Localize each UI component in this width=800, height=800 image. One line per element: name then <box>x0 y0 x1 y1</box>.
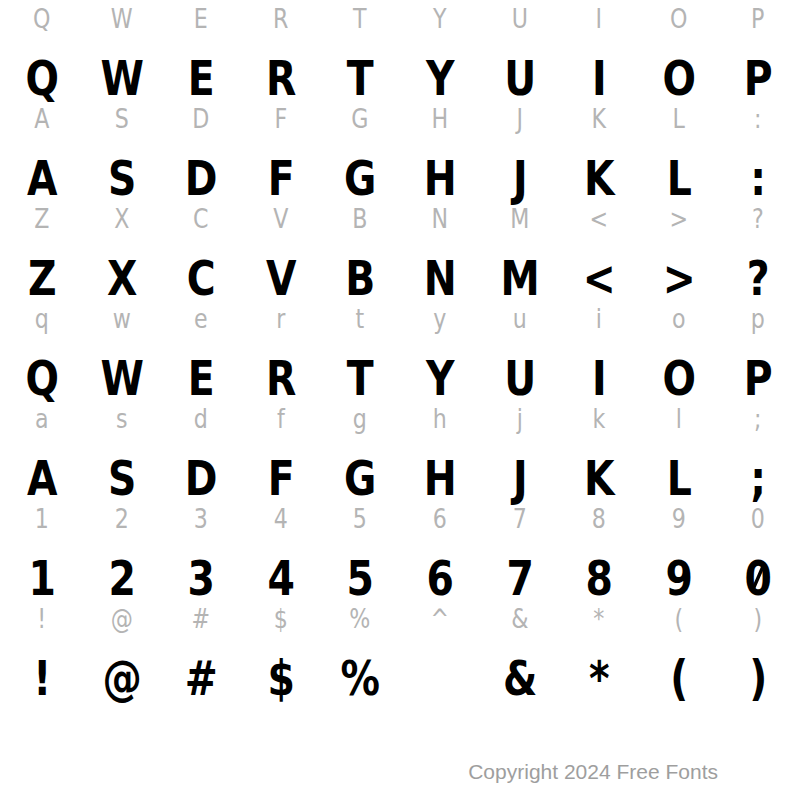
char-glyph: ; <box>726 436 791 506</box>
char-label: D <box>168 100 233 136</box>
char-glyph: X <box>89 236 154 306</box>
char-label: 3 <box>168 500 233 536</box>
char-label: 9 <box>646 500 711 536</box>
char-glyph: D <box>168 436 233 506</box>
char-glyph: P <box>726 36 791 106</box>
char-label: ) <box>726 600 791 636</box>
char-label: r <box>248 300 313 336</box>
char-glyph: K <box>566 436 631 506</box>
char-label: L <box>646 100 711 136</box>
char-glyph: L <box>646 436 711 506</box>
char-label: O <box>646 0 711 36</box>
char-glyph: K <box>566 136 631 206</box>
font-specimen-sheet: QWERTYUIOPQWERTYUIOPASDFGHJKL:ASDFGHJKL:… <box>0 0 800 800</box>
char-label: w <box>89 300 154 336</box>
char-label: o <box>646 300 711 336</box>
char-glyph: : <box>726 136 791 206</box>
keyboard-label-row: 1234567890 <box>0 500 800 536</box>
char-label: s <box>89 400 154 436</box>
char-glyph: O <box>646 336 711 406</box>
char-label: & <box>487 600 552 636</box>
char-label: 8 <box>566 500 631 536</box>
char-label: S <box>89 100 154 136</box>
character-row-pair: !@#$%^&*()!@#$%&*() <box>0 600 800 700</box>
char-glyph: 0 <box>726 536 791 606</box>
char-label: 2 <box>89 500 154 536</box>
char-glyph: T <box>328 36 393 106</box>
char-glyph: < <box>566 236 631 306</box>
char-glyph: @ <box>89 636 154 706</box>
char-label: * <box>566 600 631 636</box>
char-glyph: G <box>328 436 393 506</box>
char-label: q <box>9 300 74 336</box>
char-glyph: L <box>646 136 711 206</box>
keyboard-label-row: ASDFGHJKL: <box>0 100 800 136</box>
char-glyph: $ <box>248 636 313 706</box>
char-glyph: ( <box>646 636 711 706</box>
character-grid: QWERTYUIOPQWERTYUIOPASDFGHJKL:ASDFGHJKL:… <box>0 0 800 700</box>
copyright-text: Copyright 2024 Free Fonts <box>468 760 718 784</box>
font-glyph-row: QWERTYUIOP <box>0 36 800 100</box>
char-glyph: C <box>168 236 233 306</box>
character-row-pair: qwertyuiopQWERTYUIOP <box>0 300 800 400</box>
char-glyph: A <box>9 136 74 206</box>
char-label: U <box>487 0 552 36</box>
char-label: V <box>248 200 313 236</box>
font-glyph-row: ASDFGHJKL; <box>0 436 800 500</box>
char-label: ; <box>726 400 791 436</box>
char-label: a <box>9 400 74 436</box>
char-label: ? <box>726 200 791 236</box>
char-label: # <box>168 600 233 636</box>
char-glyph: N <box>407 236 472 306</box>
char-glyph: G <box>328 136 393 206</box>
char-glyph: ! <box>9 636 74 706</box>
char-glyph: A <box>9 436 74 506</box>
char-glyph: W <box>89 36 154 106</box>
char-label: $ <box>248 600 313 636</box>
char-glyph: E <box>168 336 233 406</box>
char-label: A <box>9 100 74 136</box>
char-label: f <box>248 400 313 436</box>
char-label: 7 <box>487 500 552 536</box>
char-glyph: 1 <box>9 536 74 606</box>
char-glyph: ) <box>726 636 791 706</box>
char-glyph: 5 <box>328 536 393 606</box>
char-glyph: # <box>168 636 233 706</box>
char-glyph: 6 <box>407 536 472 606</box>
character-row-pair: ZXCVBNM<>?ZXCVBNM<>? <box>0 200 800 300</box>
char-label: Q <box>9 0 74 36</box>
char-label: Y <box>407 0 472 36</box>
char-glyph: Y <box>407 336 472 406</box>
char-glyph: P <box>726 336 791 406</box>
char-label: p <box>726 300 791 336</box>
char-label: y <box>407 300 472 336</box>
char-glyph: S <box>89 436 154 506</box>
char-glyph: Z <box>9 236 74 306</box>
char-label: K <box>566 100 631 136</box>
char-glyph: 8 <box>566 536 631 606</box>
char-label: % <box>328 600 393 636</box>
char-glyph: > <box>646 236 711 306</box>
char-glyph: Y <box>407 36 472 106</box>
char-label: Z <box>9 200 74 236</box>
char-glyph: O <box>646 36 711 106</box>
char-glyph: * <box>566 636 631 706</box>
char-label: B <box>328 200 393 236</box>
char-label: ( <box>646 600 711 636</box>
char-glyph: F <box>248 436 313 506</box>
char-glyph: U <box>487 36 552 106</box>
char-label: j <box>487 400 552 436</box>
char-label: < <box>566 200 631 236</box>
char-glyph: ? <box>726 236 791 306</box>
char-label: E <box>168 0 233 36</box>
char-glyph: S <box>89 136 154 206</box>
char-glyph: Q <box>9 36 74 106</box>
character-row-pair: ASDFGHJKL:ASDFGHJKL: <box>0 100 800 200</box>
char-label: > <box>646 200 711 236</box>
char-glyph: J <box>487 136 552 206</box>
char-glyph: D <box>168 136 233 206</box>
char-label: 1 <box>9 500 74 536</box>
font-glyph-row: !@#$%&*() <box>0 636 800 700</box>
char-label: 4 <box>248 500 313 536</box>
char-label: h <box>407 400 472 436</box>
char-label: ! <box>9 600 74 636</box>
char-label: X <box>89 200 154 236</box>
char-glyph: 9 <box>646 536 711 606</box>
char-glyph: 2 <box>89 536 154 606</box>
char-glyph: I <box>566 36 631 106</box>
char-label: 0 <box>726 500 791 536</box>
char-label: I <box>566 0 631 36</box>
font-glyph-row: QWERTYUIOP <box>0 336 800 400</box>
char-label: ^ <box>407 600 472 636</box>
char-label: l <box>646 400 711 436</box>
char-glyph: % <box>328 636 393 706</box>
char-glyph: 4 <box>248 536 313 606</box>
char-glyph: F <box>248 136 313 206</box>
char-label: u <box>487 300 552 336</box>
char-label: F <box>248 100 313 136</box>
char-label: i <box>566 300 631 336</box>
char-label: N <box>407 200 472 236</box>
char-label: W <box>89 0 154 36</box>
char-label: T <box>328 0 393 36</box>
char-glyph: & <box>487 636 552 706</box>
char-glyph: R <box>248 36 313 106</box>
char-label: 5 <box>328 500 393 536</box>
char-label: J <box>487 100 552 136</box>
char-glyph: 3 <box>168 536 233 606</box>
char-glyph: H <box>407 436 472 506</box>
char-label: C <box>168 200 233 236</box>
keyboard-label-row: QWERTYUIOP <box>0 0 800 36</box>
keyboard-label-row: ZXCVBNM<>? <box>0 200 800 236</box>
character-row-pair: QWERTYUIOPQWERTYUIOP <box>0 0 800 100</box>
char-label: g <box>328 400 393 436</box>
char-glyph <box>407 636 472 706</box>
keyboard-label-row: !@#$%^&*() <box>0 600 800 636</box>
char-glyph: E <box>168 36 233 106</box>
char-glyph: U <box>487 336 552 406</box>
char-glyph: W <box>89 336 154 406</box>
char-label: e <box>168 300 233 336</box>
char-label: M <box>487 200 552 236</box>
char-glyph: J <box>487 436 552 506</box>
character-row-pair: asdfghjkl;ASDFGHJKL; <box>0 400 800 500</box>
char-glyph: Q <box>9 336 74 406</box>
char-label: t <box>328 300 393 336</box>
font-glyph-row: ASDFGHJKL: <box>0 136 800 200</box>
char-label: d <box>168 400 233 436</box>
char-label: R <box>248 0 313 36</box>
char-label: @ <box>89 600 154 636</box>
char-label: k <box>566 400 631 436</box>
char-label: G <box>328 100 393 136</box>
font-glyph-row: ZXCVBNM<>? <box>0 236 800 300</box>
char-glyph: R <box>248 336 313 406</box>
char-glyph: 7 <box>487 536 552 606</box>
char-glyph: B <box>328 236 393 306</box>
char-glyph: M <box>487 236 552 306</box>
font-glyph-row: 1234567890 <box>0 536 800 600</box>
char-label: 6 <box>407 500 472 536</box>
char-label: P <box>726 0 791 36</box>
char-glyph: T <box>328 336 393 406</box>
char-label: H <box>407 100 472 136</box>
keyboard-label-row: qwertyuiop <box>0 300 800 336</box>
character-row-pair: 12345678901234567890 <box>0 500 800 600</box>
keyboard-label-row: asdfghjkl; <box>0 400 800 436</box>
char-glyph: I <box>566 336 631 406</box>
char-glyph: H <box>407 136 472 206</box>
char-glyph: V <box>248 236 313 306</box>
char-label: : <box>726 100 791 136</box>
